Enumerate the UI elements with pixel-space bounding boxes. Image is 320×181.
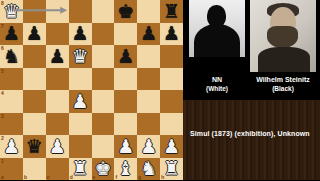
black-player-side: (Black) xyxy=(250,85,316,92)
square-a5[interactable]: 5 xyxy=(0,68,23,91)
square-a6[interactable]: 6♞ xyxy=(0,45,23,68)
square-b7[interactable]: ♟ xyxy=(23,23,46,46)
square-g8[interactable] xyxy=(137,0,160,23)
square-b2[interactable]: ♛ xyxy=(23,135,46,158)
white-player-side: (White) xyxy=(189,85,245,92)
square-d7[interactable]: ♟ xyxy=(69,23,92,46)
black-player-photo xyxy=(250,0,316,72)
game-thumbnail: 8♛♚♜7♟♟♟♟♟6♞♟♛♟54♟32♟♛♟♟♟♟1abcd♜e♚f♝g♞h♜… xyxy=(0,0,320,180)
square-f4[interactable] xyxy=(114,90,137,113)
file-label-a: a xyxy=(1,174,4,180)
white-rook-d1[interactable]: ♜ xyxy=(69,158,92,181)
square-b5[interactable] xyxy=(23,68,46,91)
file-label-c: c xyxy=(47,174,50,180)
square-b1[interactable]: b xyxy=(23,158,46,181)
white-player-nameplate: NN (White) xyxy=(189,76,245,92)
white-pawn-g2[interactable]: ♟ xyxy=(137,135,160,158)
white-pawn-f2[interactable]: ♟ xyxy=(114,135,137,158)
square-c3[interactable] xyxy=(46,113,69,136)
square-e5[interactable] xyxy=(92,68,115,91)
square-e6[interactable] xyxy=(92,45,115,68)
black-pawn-b7[interactable]: ♟ xyxy=(23,23,46,46)
square-h4[interactable] xyxy=(160,90,183,113)
rank-label-5: 5 xyxy=(1,68,4,74)
square-h5[interactable] xyxy=(160,68,183,91)
square-a7[interactable]: 7♟ xyxy=(0,23,23,46)
square-a2[interactable]: 2♟ xyxy=(0,135,23,158)
square-e7[interactable] xyxy=(92,23,115,46)
white-knight-g1[interactable]: ♞ xyxy=(137,158,160,181)
square-d5[interactable] xyxy=(69,68,92,91)
square-g4[interactable] xyxy=(137,90,160,113)
square-h1[interactable]: h♜ xyxy=(160,158,183,181)
black-pawn-a7[interactable]: ♟ xyxy=(0,23,23,46)
silhouette-shoulders xyxy=(194,24,240,57)
square-c8[interactable] xyxy=(46,0,69,23)
square-a4[interactable]: 4 xyxy=(0,90,23,113)
white-queen-a8[interactable]: ♛ xyxy=(0,0,23,23)
black-queen-b2[interactable]: ♛ xyxy=(23,135,46,158)
square-c5[interactable] xyxy=(46,68,69,91)
square-f3[interactable] xyxy=(114,113,137,136)
black-player-nameplate: Wilhelm Steinitz (Black) xyxy=(250,76,316,92)
square-d4[interactable]: ♟ xyxy=(69,90,92,113)
square-d8[interactable] xyxy=(69,0,92,23)
square-d3[interactable] xyxy=(69,113,92,136)
square-d1[interactable]: d♜ xyxy=(69,158,92,181)
square-b3[interactable] xyxy=(23,113,46,136)
square-h6[interactable] xyxy=(160,45,183,68)
square-g6[interactable] xyxy=(137,45,160,68)
white-player-photo xyxy=(189,0,245,57)
square-f7[interactable] xyxy=(114,23,137,46)
rank-label-3: 3 xyxy=(1,113,4,119)
square-g2[interactable]: ♟ xyxy=(137,135,160,158)
white-pawn-c2[interactable]: ♟ xyxy=(46,135,69,158)
square-e2[interactable] xyxy=(92,135,115,158)
black-pawn-g7[interactable]: ♟ xyxy=(137,23,160,46)
rank-label-4: 4 xyxy=(1,90,4,96)
black-pawn-f6[interactable]: ♟ xyxy=(114,45,137,68)
file-label-b: b xyxy=(24,174,27,180)
square-d2[interactable] xyxy=(69,135,92,158)
square-f6[interactable]: ♟ xyxy=(114,45,137,68)
white-bishop-f1[interactable]: ♝ xyxy=(114,158,137,181)
square-h7[interactable]: ♟ xyxy=(160,23,183,46)
event-caption-area: Simul (1873) (exhibition), Unknown xyxy=(183,100,320,180)
square-h3[interactable] xyxy=(160,113,183,136)
square-f5[interactable] xyxy=(114,68,137,91)
black-pawn-d7[interactable]: ♟ xyxy=(69,23,92,46)
square-e4[interactable] xyxy=(92,90,115,113)
rank-label-1: 1 xyxy=(1,158,4,164)
square-h8[interactable]: ♜ xyxy=(160,0,183,23)
square-e1[interactable]: e♚ xyxy=(92,158,115,181)
white-queen-d6[interactable]: ♛ xyxy=(69,45,92,68)
square-g7[interactable]: ♟ xyxy=(137,23,160,46)
square-f1[interactable]: f♝ xyxy=(114,158,137,181)
white-pawn-a2[interactable]: ♟ xyxy=(0,135,23,158)
square-b6[interactable] xyxy=(23,45,46,68)
white-rook-h1[interactable]: ♜ xyxy=(160,158,183,181)
square-e8[interactable] xyxy=(92,0,115,23)
white-king-e1[interactable]: ♚ xyxy=(92,158,115,181)
square-g1[interactable]: g♞ xyxy=(137,158,160,181)
event-caption: Simul (1873) (exhibition), Unknown xyxy=(190,130,316,137)
square-c1[interactable]: c xyxy=(46,158,69,181)
white-player-name: NN xyxy=(189,76,245,83)
square-h2[interactable]: ♟ xyxy=(160,135,183,158)
portrait-suit xyxy=(258,47,310,72)
square-g3[interactable] xyxy=(137,113,160,136)
black-king-f8[interactable]: ♚ xyxy=(114,0,137,23)
info-panel: NN (White) Wilhelm Steinitz (Black) Simu… xyxy=(183,0,320,180)
square-f8[interactable]: ♚ xyxy=(114,0,137,23)
black-player-name: Wilhelm Steinitz xyxy=(250,76,316,83)
square-c7[interactable] xyxy=(46,23,69,46)
chess-board: 8♛♚♜7♟♟♟♟♟6♞♟♛♟54♟32♟♛♟♟♟♟1abcd♜e♚f♝g♞h♜ xyxy=(0,0,183,180)
square-a3[interactable]: 3 xyxy=(0,113,23,136)
black-rook-h8[interactable]: ♜ xyxy=(160,0,183,23)
square-b8[interactable] xyxy=(23,0,46,23)
black-pawn-h7[interactable]: ♟ xyxy=(160,23,183,46)
square-g5[interactable] xyxy=(137,68,160,91)
portrait-beard xyxy=(267,26,298,48)
white-pawn-d4[interactable]: ♟ xyxy=(69,90,92,113)
white-pawn-h2[interactable]: ♟ xyxy=(160,135,183,158)
square-e3[interactable] xyxy=(92,113,115,136)
square-b4[interactable] xyxy=(23,90,46,113)
black-pawn-c6[interactable]: ♟ xyxy=(46,45,69,68)
square-d6[interactable]: ♛ xyxy=(69,45,92,68)
square-c4[interactable] xyxy=(46,90,69,113)
square-c2[interactable]: ♟ xyxy=(46,135,69,158)
square-a8[interactable]: 8♛ xyxy=(0,0,23,23)
square-f2[interactable]: ♟ xyxy=(114,135,137,158)
black-knight-a6[interactable]: ♞ xyxy=(0,45,23,68)
square-c6[interactable]: ♟ xyxy=(46,45,69,68)
square-a1[interactable]: 1a xyxy=(0,158,23,181)
